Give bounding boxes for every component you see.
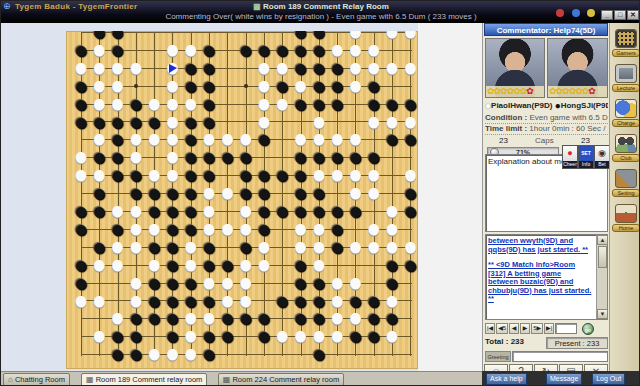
board-tab-icon: ▦ [86, 375, 94, 384]
board-tab-icon: ▦ [223, 375, 231, 384]
black-stone: ● [383, 130, 401, 148]
tools-icon [615, 169, 637, 188]
white-stone: ● [218, 220, 236, 238]
black-stone: ● [347, 327, 365, 345]
move-number-input[interactable] [555, 323, 577, 334]
app-window: ⊕ Tygem Baduk - TygemFrontier ▦ Room 189… [0, 0, 640, 386]
nav--button[interactable]: ◀ [509, 323, 519, 334]
last-move-marker-icon [169, 64, 177, 73]
black-stone: ● [218, 327, 236, 345]
toolbar-item-gamers[interactable]: Gamers [612, 29, 640, 61]
black-player-name: HongSJi(P9D) [561, 101, 608, 110]
tv-icon [615, 64, 637, 83]
white-stone: ● [273, 95, 291, 113]
time-limit-row: Time limit : 1hour 0min : 60 Sec / 3 [485, 124, 608, 135]
scroll-down-icon[interactable]: ▼ [597, 309, 608, 319]
black-stone: ● [109, 166, 127, 184]
chat-scrollbar[interactable]: ▲ ▼ [596, 235, 607, 319]
toolbar-item-lecture[interactable]: Lecture [612, 64, 640, 96]
black-stone: ● [255, 327, 273, 345]
white-captures: 23 [499, 136, 508, 145]
set-icon: SET [579, 146, 593, 161]
white-stone: ● [72, 166, 90, 184]
go-button[interactable]: go [582, 323, 594, 335]
black-stone: ● [218, 148, 236, 166]
black-stone: ● [347, 202, 365, 220]
title-bar: ⊕ Tygem Baduk - TygemFrontier ▦ Room 189… [1, 1, 640, 23]
chat-box[interactable]: between wwyth(9D) and qqbs(9D) has just … [485, 234, 608, 320]
black-stone: ● [328, 95, 346, 113]
black-player-photo: ✿✿✿✿✿✿✿ [547, 38, 608, 98]
greeting-label: Greeting [485, 351, 511, 362]
white-stone: ● [127, 238, 145, 256]
minimize-button[interactable]: _ [601, 10, 613, 20]
app-icon: ⊕ [3, 1, 11, 11]
rose-icon: ✿ [588, 86, 595, 96]
black-stone: ● [401, 202, 418, 220]
white-stone: ● [90, 327, 108, 345]
black-stone: ● [237, 41, 255, 59]
white-player-name: PiaoIHwan(P9D) [491, 101, 552, 110]
white-stone: ● [90, 256, 108, 274]
black-captures: 23 [581, 136, 590, 145]
toolbar-item-home[interactable]: Home [612, 204, 640, 236]
white-stone: ● [365, 113, 383, 131]
toolbar-item-setting[interactable]: Setting [612, 169, 640, 201]
black-stone: ● [145, 309, 163, 327]
white-stone: ● [383, 59, 401, 77]
black-stone: ● [127, 345, 145, 363]
game-status-line: Commenting Over( white wins by resignati… [1, 12, 640, 21]
black-stone: ● [401, 256, 418, 274]
condition-row: Condition : Even game with 6.5 Dum [485, 113, 608, 124]
white-stone: ● [328, 166, 346, 184]
ask-a-help-button[interactable]: Ask a help [486, 373, 527, 385]
coins-icon [615, 99, 637, 118]
white-stone: ● [90, 292, 108, 310]
red-ball-icon: ● [563, 146, 577, 161]
black-stone: ● [328, 238, 346, 256]
side-toolbar: GamersLectureChargeClubSettingHome [609, 23, 640, 371]
white-stone: ● [72, 292, 90, 310]
house-icon [615, 204, 637, 223]
move-navigation: |◀◀5◀▶5▶▶| go [485, 323, 608, 336]
black-stone: ● [365, 327, 383, 345]
blue-dot-icon[interactable] [572, 9, 580, 17]
chat-message: ** <9D Match Info>Room [312] A betting g… [488, 261, 593, 304]
bottom-button-strip: Ask a helpMessageLog Out [482, 371, 640, 386]
maximize-button[interactable]: □ [614, 10, 626, 20]
white-stone: ● [109, 256, 127, 274]
log-out-button[interactable]: Log Out [592, 373, 625, 385]
people-icon [615, 134, 637, 153]
right-panel: Commentator: Help74(5D) ✿✿✿✿✿✿✿ ✿✿✿✿✿✿✿ … [482, 23, 609, 371]
tab-room-189[interactable]: ▦ Room 189 Comment relay room [81, 373, 207, 386]
white-stone: ● [365, 184, 383, 202]
star-point [134, 84, 138, 88]
white-stone: ● [218, 184, 236, 202]
scroll-up-icon[interactable]: ▲ [597, 235, 608, 245]
nav--button[interactable]: |◀ [485, 323, 495, 334]
white-stone: ● [328, 327, 346, 345]
go-board[interactable]: ●●●●●●●●●●●●●●●●●●●●●●●●●●●●●●●●●●●●●●●●… [66, 31, 418, 369]
nav--button[interactable]: ▶| [544, 323, 554, 334]
black-stone: ● [292, 95, 310, 113]
white-player-photo: ✿✿✿✿✿✿✿ [485, 38, 545, 98]
toolbar-item-charge[interactable]: Charge [612, 99, 640, 131]
white-stone: ● [127, 59, 145, 77]
commentator-header: Commentator: Help74(5D) [484, 23, 608, 36]
black-stone: ● [273, 292, 291, 310]
white-stone: ● [401, 59, 418, 77]
info-button[interactable]: SETInfo [578, 145, 594, 169]
white-stone: ● [383, 31, 401, 41]
black-stone: ● [109, 345, 127, 363]
red-dot-icon[interactable] [556, 9, 564, 17]
black-stone: ● [90, 202, 108, 220]
black-stone: ● [200, 345, 218, 363]
black-stone: ● [72, 113, 90, 131]
nav-5-button[interactable]: 5▶ [531, 323, 543, 334]
flower-row: ✿✿✿✿✿✿✿ [548, 86, 607, 97]
black-stone: ● [255, 130, 273, 148]
star-point [244, 84, 248, 88]
white-stone: ● [401, 31, 418, 41]
board-tab-icon: ▦ [253, 2, 261, 11]
white-stone: ● [255, 256, 273, 274]
tray-icons [553, 3, 595, 21]
black-stone: ● [401, 130, 418, 148]
black-stone: ● [273, 202, 291, 220]
tab-chatting-room[interactable]: ⌂ Chatting Room [3, 373, 70, 386]
toolbar-item-club[interactable]: Club [612, 134, 640, 166]
nav-5-button[interactable]: ◀5 [496, 323, 508, 334]
white-stone: ● [292, 327, 310, 345]
close-button[interactable]: ✕ [627, 10, 639, 20]
white-stone: ● [164, 345, 182, 363]
white-stone: ● [182, 345, 200, 363]
bet-button[interactable]: ◉Bet [594, 145, 610, 169]
white-stone: ● [273, 327, 291, 345]
rose-icon: ✿ [526, 86, 533, 96]
black-stone: ● [273, 166, 291, 184]
cheer-button[interactable]: ●Cheer [562, 145, 578, 169]
greeting-input[interactable] [512, 351, 608, 362]
white-stone: ● [145, 130, 163, 148]
camera-icon: ◉ [595, 146, 609, 161]
white-stone: ● [347, 77, 365, 95]
message-button[interactable]: Message [546, 373, 582, 385]
board-gap [418, 23, 482, 371]
present-move: Present : 233 [546, 337, 608, 349]
nav--button[interactable]: ▶ [520, 323, 530, 334]
white-stone: ● [347, 238, 365, 256]
scroll-thumb[interactable] [598, 246, 607, 268]
chat-message: between wwyth(9D) and qqbs(9D) has just … [488, 237, 593, 254]
room-tab-bar: ⌂ Chatting Room▦ Room 189 Comment relay … [1, 371, 482, 386]
black-stone: ● [310, 345, 328, 363]
white-stone: ● [145, 345, 163, 363]
black-stone: ● [72, 220, 90, 238]
white-stone: ● [365, 238, 383, 256]
bulb-icon[interactable] [587, 9, 595, 17]
goboard-icon [615, 29, 637, 48]
flower-row: ✿✿✿✿✿✿✿ [486, 86, 544, 97]
home-tab-icon: ⌂ [8, 375, 13, 384]
black-stone: ● [237, 309, 255, 327]
window-title: Tygem Baduk - TygemFrontier [15, 2, 138, 11]
caps-label: Caps [535, 136, 554, 145]
white-stone: ● [383, 327, 401, 345]
total-moves: Total : 233 [485, 337, 524, 346]
tab-room-224[interactable]: ▦ Room 224 Comment relay room [218, 373, 344, 386]
room-title: ▦ Room 189 Comment Relay Room [253, 2, 389, 11]
